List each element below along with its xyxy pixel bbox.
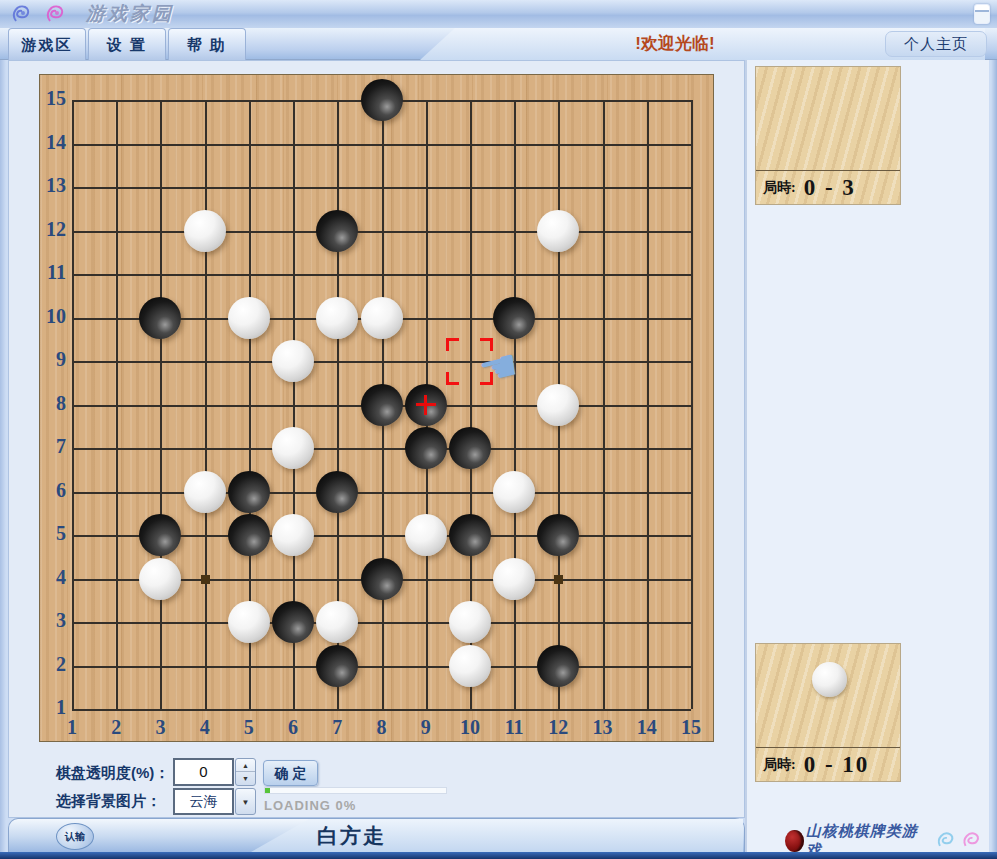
- col-coordinate-label: 9: [411, 716, 441, 739]
- title-bar: 游戏家园: [0, 0, 997, 28]
- black-stone: [537, 645, 579, 687]
- white-stone: [316, 601, 358, 643]
- row-coordinate-label: 14: [38, 131, 66, 154]
- white-stone: [272, 340, 314, 382]
- resign-button[interactable]: 认输: [56, 823, 94, 850]
- white-stone: [361, 297, 403, 339]
- window-bottom-edge: [0, 852, 997, 859]
- grid-line-vertical: [603, 100, 605, 709]
- grid-line-vertical: [691, 100, 693, 709]
- star-point: [554, 575, 563, 584]
- grid-line-horizontal: [72, 448, 691, 450]
- player-bottom-stone-area: [756, 644, 900, 748]
- transparency-label: 棋盘透明度(%)：: [56, 764, 169, 783]
- player-top-time-label: 局時:: [763, 179, 796, 197]
- white-stone: [139, 558, 181, 600]
- hand-cursor-icon: ☚: [474, 342, 523, 394]
- black-stone: [316, 471, 358, 513]
- white-stone: [537, 210, 579, 252]
- bracket-corner: [446, 338, 459, 351]
- white-stone: [316, 297, 358, 339]
- row-coordinate-label: 11: [38, 261, 66, 284]
- transparency-stepper[interactable]: ▲ ▼: [235, 758, 256, 786]
- white-stone: [537, 384, 579, 426]
- background-select-arrow-icon[interactable]: ▼: [235, 788, 256, 815]
- col-coordinate-label: 6: [278, 716, 308, 739]
- white-stone: [405, 514, 447, 556]
- walnut-icon: [785, 830, 804, 852]
- black-stone: [361, 384, 403, 426]
- white-stone: [272, 514, 314, 556]
- loading-progress-fill: [265, 788, 270, 793]
- col-coordinate-label: 13: [588, 716, 618, 739]
- welcome-text: !欢迎光临!: [635, 34, 714, 53]
- menu-tab-help[interactable]: 帮 助: [168, 28, 246, 60]
- grid-line-horizontal: [72, 492, 691, 494]
- col-coordinate-label: 5: [234, 716, 264, 739]
- row-coordinate-label: 12: [38, 218, 66, 241]
- col-coordinate-label: 1: [57, 716, 87, 739]
- menu-tab-settings[interactable]: 设 置: [88, 28, 166, 60]
- window-restore-icon[interactable]: [974, 4, 990, 24]
- col-coordinate-label: 8: [367, 716, 397, 739]
- black-stone: [493, 297, 535, 339]
- transparency-input[interactable]: 0: [173, 758, 234, 786]
- last-move-cross-marker: [416, 395, 436, 415]
- player-panel-top: 局時: 0 - 3: [755, 66, 901, 205]
- row-coordinate-label: 4: [38, 566, 66, 589]
- row-coordinate-label: 2: [38, 653, 66, 676]
- white-stone: [449, 645, 491, 687]
- app-window: 游戏家园 游戏区 设 置 帮 助 !欢迎光临! 个人主页 15141312111…: [0, 0, 997, 859]
- board-wood: 1514131211109876543211234567891011121314…: [39, 74, 714, 742]
- col-coordinate-label: 3: [145, 716, 175, 739]
- col-coordinate-label: 10: [455, 716, 485, 739]
- black-stone: [361, 79, 403, 121]
- black-stone: [228, 514, 270, 556]
- black-stone: [316, 210, 358, 252]
- col-coordinate-label: 2: [101, 716, 131, 739]
- brand-scribble-icon: [934, 828, 989, 854]
- status-bar: 白方走 认输: [8, 818, 745, 852]
- loading-text: LOADING 0%: [264, 798, 356, 813]
- row-coordinate-label: 9: [38, 348, 66, 371]
- row-coordinate-label: 7: [38, 435, 66, 458]
- loading-progress-bar: [264, 787, 447, 794]
- grid-line-horizontal: [72, 709, 691, 711]
- white-stone: [493, 471, 535, 513]
- player-bottom-time-label: 局時:: [763, 756, 796, 774]
- app-title: 游戏家园: [86, 1, 174, 27]
- white-stone: [272, 427, 314, 469]
- black-stone: [139, 297, 181, 339]
- stepper-up-icon[interactable]: ▲: [236, 759, 255, 772]
- black-stone: [316, 645, 358, 687]
- board-grid[interactable]: 1514131211109876543211234567891011121314…: [72, 100, 691, 709]
- menu-tab-game-area[interactable]: 游戏区: [8, 28, 86, 60]
- black-stone: [449, 514, 491, 556]
- player-bottom-time-value: 0 - 10: [804, 752, 870, 778]
- col-coordinate-label: 11: [499, 716, 529, 739]
- bracket-corner: [446, 372, 459, 385]
- col-coordinate-label: 12: [543, 716, 573, 739]
- col-coordinate-label: 4: [190, 716, 220, 739]
- row-coordinate-label: 15: [38, 87, 66, 110]
- col-coordinate-label: 7: [322, 716, 352, 739]
- row-coordinate-label: 8: [38, 392, 66, 415]
- white-stone: [184, 471, 226, 513]
- row-coordinate-label: 13: [38, 174, 66, 197]
- app-logo-icon: [8, 1, 80, 27]
- grid-line-vertical: [647, 100, 649, 709]
- white-stone: [228, 297, 270, 339]
- main-panel: 1514131211109876543211234567891011121314…: [8, 60, 745, 818]
- star-point: [201, 575, 210, 584]
- white-stone: [493, 558, 535, 600]
- black-stone: [405, 427, 447, 469]
- white-stone-icon: [812, 662, 847, 697]
- personal-homepage-button[interactable]: 个人主页: [885, 31, 987, 57]
- black-stone: [361, 558, 403, 600]
- menu-bar: 游戏区 设 置 帮 助 !欢迎光临! 个人主页: [0, 28, 997, 60]
- background-label: 选择背景图片：: [56, 792, 161, 811]
- player-top-time-value: 0 - 3: [804, 175, 856, 201]
- player-top-stone-area: [756, 67, 900, 171]
- row-coordinate-label: 10: [38, 305, 66, 328]
- sidebar: 局時: 0 - 3 局時: 0 - 10 山核桃棋牌类游戏: [745, 60, 989, 852]
- grid-line-vertical: [514, 100, 516, 709]
- turn-indicator: 白方走: [251, 819, 743, 852]
- black-stone: [139, 514, 181, 556]
- white-stone: [228, 601, 270, 643]
- row-coordinate-label: 5: [38, 522, 66, 545]
- black-stone: [272, 601, 314, 643]
- confirm-button[interactable]: 确 定: [263, 760, 318, 786]
- row-coordinate-label: 3: [38, 609, 66, 632]
- stepper-down-icon[interactable]: ▼: [236, 772, 255, 785]
- grid-line-horizontal: [72, 622, 691, 624]
- black-stone: [449, 427, 491, 469]
- row-coordinate-label: 6: [38, 479, 66, 502]
- player-panel-bottom: 局時: 0 - 10: [755, 643, 901, 782]
- white-stone: [449, 601, 491, 643]
- black-stone: [228, 471, 270, 513]
- col-coordinate-label: 14: [632, 716, 662, 739]
- grid-line-horizontal: [72, 666, 691, 668]
- white-stone: [184, 210, 226, 252]
- col-coordinate-label: 15: [676, 716, 706, 739]
- black-stone: [537, 514, 579, 556]
- background-select[interactable]: 云海: [173, 788, 234, 815]
